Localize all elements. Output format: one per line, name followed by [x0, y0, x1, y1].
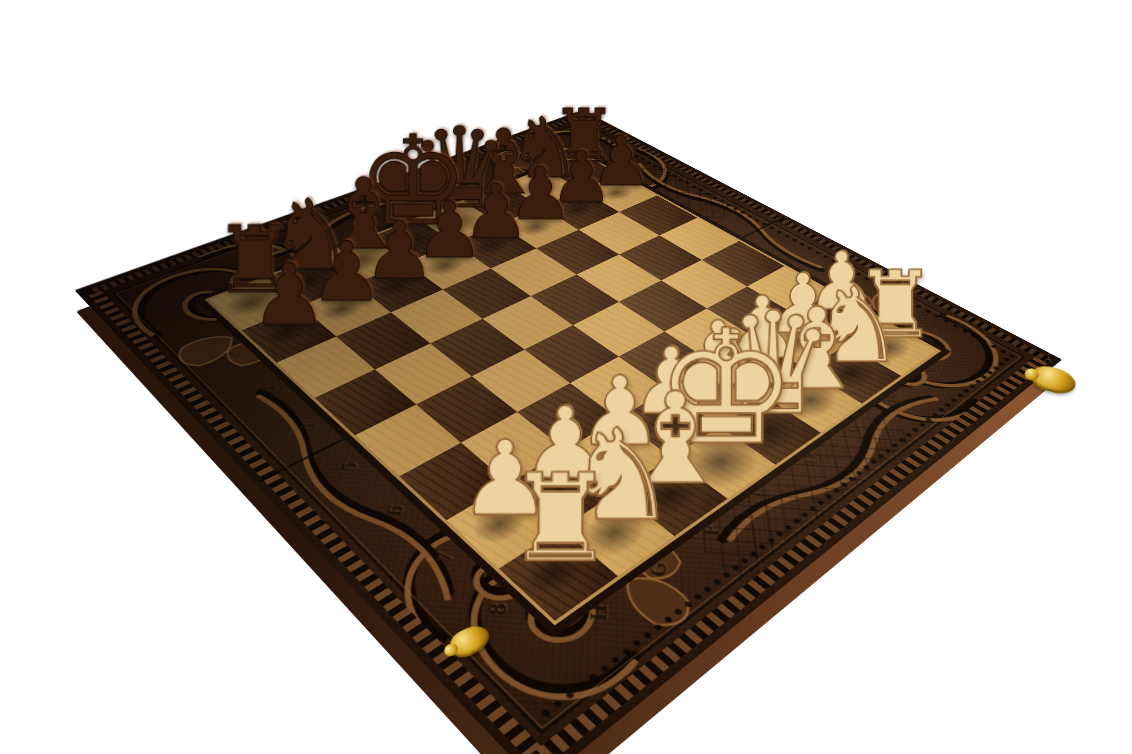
chess-board: 12345678HGFEDCBA ♜♞♝♚♛♝♞♜♟♟♟♟♟♟♟♟♟♟♟♟♟♟♟… — [75, 110, 1063, 754]
rosette-carving — [560, 153, 615, 179]
piece-shadow — [510, 214, 562, 240]
square-d1[interactable] — [418, 201, 498, 243]
square-c3[interactable] — [536, 230, 619, 275]
rank-label: 1 — [188, 319, 212, 328]
diamond-lattice-band — [570, 131, 746, 223]
piece-dark-bishop[interactable]: ♝ — [439, 118, 568, 207]
piece-dark-rook[interactable]: ♜ — [523, 100, 645, 175]
rank-label: 5 — [336, 461, 363, 473]
piece-dark-pawn[interactable]: ♟ — [474, 158, 607, 231]
file-label: H — [585, 603, 612, 622]
rank-label: 8 — [483, 602, 512, 617]
rank-label: 6 — [381, 504, 408, 516]
square-c1[interactable] — [463, 185, 541, 224]
piece-shadow — [467, 189, 531, 220]
piece-shadow — [416, 202, 496, 242]
square-b1[interactable] — [505, 169, 581, 206]
square-c2[interactable] — [498, 207, 578, 249]
square-d4[interactable] — [530, 274, 618, 325]
piece-dark-queen[interactable]: ♛ — [393, 113, 526, 225]
piece-dark-pawn[interactable]: ♟ — [428, 174, 565, 249]
piece-dark-pawn[interactable]: ♟ — [211, 252, 367, 337]
square-d3[interactable] — [491, 249, 576, 296]
rank-label: 2 — [221, 350, 246, 359]
piece-shadow — [417, 251, 472, 280]
rank-label: 4 — [295, 421, 321, 432]
product-photo-scene: 12345678HGFEDCBA ♜♞♝♚♛♝♞♜♟♟♟♟♟♟♟♟♟♟♟♟♟♟♟… — [0, 0, 1132, 754]
square-d2[interactable] — [453, 224, 536, 268]
square-b4[interactable] — [619, 235, 702, 280]
piece-dark-pawn[interactable]: ♟ — [517, 142, 646, 213]
piece-shadow — [465, 232, 518, 260]
piece-light-rook[interactable]: ♜ — [462, 458, 659, 579]
square-c4[interactable] — [576, 254, 661, 302]
square-b2[interactable] — [541, 190, 619, 230]
piece-dark-knight[interactable]: ♞ — [482, 107, 607, 191]
rank-label: 3 — [256, 384, 281, 394]
square-a3[interactable] — [619, 195, 697, 235]
piece-shadow — [553, 160, 606, 185]
perspective-wrapper: 12345678HGFEDCBA ♜♞♝♚♛♝♞♜♟♟♟♟♟♟♟♟♟♟♟♟♟♟♟… — [0, 0, 1132, 754]
square-a1[interactable] — [545, 155, 619, 190]
piece-shadow — [511, 173, 570, 201]
piece-shadow — [592, 181, 640, 204]
rank-label: 7 — [430, 551, 458, 565]
square-a2[interactable] — [581, 174, 657, 212]
piece-dark-pawn[interactable]: ♟ — [558, 127, 683, 196]
square-a4[interactable] — [659, 218, 739, 261]
square-e3[interactable] — [442, 268, 530, 318]
square-b3[interactable] — [579, 212, 659, 254]
piece-shadow — [552, 197, 602, 222]
